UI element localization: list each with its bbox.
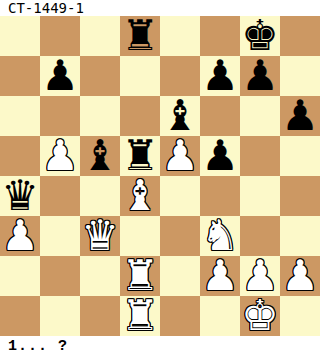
piece-black-pawn: ♟ bbox=[41, 56, 79, 96]
square-c5[interactable]: ♝ bbox=[80, 136, 120, 176]
square-e5[interactable]: ♟ bbox=[160, 136, 200, 176]
square-c8[interactable] bbox=[80, 16, 120, 56]
square-g7[interactable]: ♟ bbox=[240, 56, 280, 96]
square-d4[interactable]: ♝ bbox=[120, 176, 160, 216]
square-g8[interactable]: ♚ bbox=[240, 16, 280, 56]
square-f7[interactable]: ♟ bbox=[200, 56, 240, 96]
piece-black-pawn: ♟ bbox=[281, 96, 319, 136]
square-b3[interactable] bbox=[40, 216, 80, 256]
piece-black-rook: ♜ bbox=[121, 16, 159, 56]
piece-white-pawn: ♟ bbox=[1, 216, 39, 256]
square-h1[interactable] bbox=[280, 296, 320, 336]
square-h7[interactable] bbox=[280, 56, 320, 96]
square-d3[interactable] bbox=[120, 216, 160, 256]
square-a6[interactable] bbox=[0, 96, 40, 136]
square-g3[interactable] bbox=[240, 216, 280, 256]
square-c7[interactable] bbox=[80, 56, 120, 96]
square-a8[interactable] bbox=[0, 16, 40, 56]
square-b6[interactable] bbox=[40, 96, 80, 136]
piece-white-rook: ♜ bbox=[121, 296, 159, 336]
square-e2[interactable] bbox=[160, 256, 200, 296]
piece-white-pawn: ♟ bbox=[201, 256, 239, 296]
square-h4[interactable] bbox=[280, 176, 320, 216]
piece-white-king: ♚ bbox=[241, 296, 279, 336]
piece-white-pawn: ♟ bbox=[281, 256, 319, 296]
square-d1[interactable]: ♜ bbox=[120, 296, 160, 336]
piece-black-pawn: ♟ bbox=[201, 56, 239, 96]
square-f4[interactable] bbox=[200, 176, 240, 216]
piece-black-pawn: ♟ bbox=[241, 56, 279, 96]
square-g5[interactable] bbox=[240, 136, 280, 176]
square-g4[interactable] bbox=[240, 176, 280, 216]
square-e3[interactable] bbox=[160, 216, 200, 256]
piece-white-pawn: ♟ bbox=[41, 136, 79, 176]
move-prompt: 1... ? bbox=[8, 338, 68, 355]
square-g2[interactable]: ♟ bbox=[240, 256, 280, 296]
square-c3[interactable]: ♛ bbox=[80, 216, 120, 256]
square-a2[interactable] bbox=[0, 256, 40, 296]
square-d8[interactable]: ♜ bbox=[120, 16, 160, 56]
piece-white-knight: ♞ bbox=[201, 216, 239, 256]
square-a5[interactable] bbox=[0, 136, 40, 176]
square-b5[interactable]: ♟ bbox=[40, 136, 80, 176]
square-b7[interactable]: ♟ bbox=[40, 56, 80, 96]
square-f2[interactable]: ♟ bbox=[200, 256, 240, 296]
square-g6[interactable] bbox=[240, 96, 280, 136]
square-e4[interactable] bbox=[160, 176, 200, 216]
square-a3[interactable]: ♟ bbox=[0, 216, 40, 256]
square-d6[interactable] bbox=[120, 96, 160, 136]
square-d2[interactable]: ♜ bbox=[120, 256, 160, 296]
piece-white-bishop: ♝ bbox=[121, 176, 159, 216]
piece-white-pawn: ♟ bbox=[161, 136, 199, 176]
square-e1[interactable] bbox=[160, 296, 200, 336]
square-d7[interactable] bbox=[120, 56, 160, 96]
piece-white-rook: ♜ bbox=[121, 256, 159, 296]
square-h6[interactable]: ♟ bbox=[280, 96, 320, 136]
piece-black-rook: ♜ bbox=[121, 136, 159, 176]
piece-black-pawn: ♟ bbox=[201, 136, 239, 176]
square-b8[interactable] bbox=[40, 16, 80, 56]
square-b4[interactable] bbox=[40, 176, 80, 216]
piece-white-pawn: ♟ bbox=[241, 256, 279, 296]
square-c4[interactable] bbox=[80, 176, 120, 216]
square-d5[interactable]: ♜ bbox=[120, 136, 160, 176]
square-f6[interactable] bbox=[200, 96, 240, 136]
piece-black-bishop: ♝ bbox=[81, 136, 119, 176]
square-f8[interactable] bbox=[200, 16, 240, 56]
square-e7[interactable] bbox=[160, 56, 200, 96]
square-f5[interactable]: ♟ bbox=[200, 136, 240, 176]
square-c1[interactable] bbox=[80, 296, 120, 336]
square-h8[interactable] bbox=[280, 16, 320, 56]
puzzle-id: CT-1449-1 bbox=[8, 0, 84, 16]
square-a1[interactable] bbox=[0, 296, 40, 336]
square-h3[interactable] bbox=[280, 216, 320, 256]
piece-black-king: ♚ bbox=[241, 16, 279, 56]
piece-black-queen: ♛ bbox=[1, 176, 39, 216]
square-h2[interactable]: ♟ bbox=[280, 256, 320, 296]
square-b1[interactable] bbox=[40, 296, 80, 336]
square-a7[interactable] bbox=[0, 56, 40, 96]
piece-white-queen: ♛ bbox=[81, 216, 119, 256]
square-c6[interactable] bbox=[80, 96, 120, 136]
square-a4[interactable]: ♛ bbox=[0, 176, 40, 216]
square-e6[interactable]: ♝ bbox=[160, 96, 200, 136]
piece-black-bishop: ♝ bbox=[161, 96, 199, 136]
square-c2[interactable] bbox=[80, 256, 120, 296]
square-e8[interactable] bbox=[160, 16, 200, 56]
square-f3[interactable]: ♞ bbox=[200, 216, 240, 256]
square-b2[interactable] bbox=[40, 256, 80, 296]
chess-board: ♜♚♟♟♟♝♟♟♝♜♟♟♛♝♟♛♞♜♟♟♟♜♚ bbox=[0, 16, 320, 336]
square-f1[interactable] bbox=[200, 296, 240, 336]
square-g1[interactable]: ♚ bbox=[240, 296, 280, 336]
square-h5[interactable] bbox=[280, 136, 320, 176]
